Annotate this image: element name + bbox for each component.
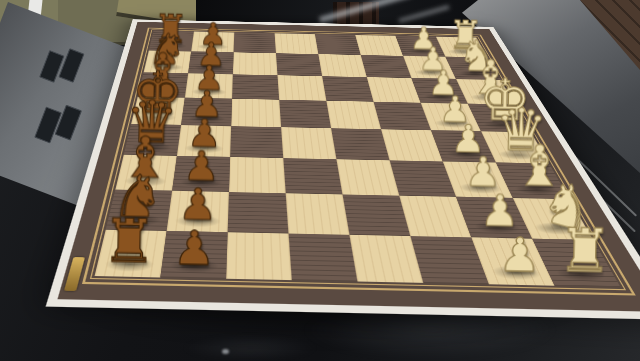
chess-board: ♜♟♟♜♞♟♟♞♝♟♟♝♚♟♟♚♛♟♟♛♝♟♟♝♞♟♟♞♜♟♟♜	[46, 19, 640, 320]
square-h6[interactable]	[234, 32, 276, 53]
square-e6[interactable]	[231, 99, 281, 127]
perspective-container: ♜♟♟♜♞♟♟♞♝♟♟♝♚♟♟♚♛♟♟♛♝♟♟♝♞♟♟♞♜♟♟♜	[0, 0, 640, 361]
square-g4[interactable]	[318, 54, 366, 77]
board-tilt-wrapper: ♜♟♟♜♞♟♟♞♝♟♟♝♚♟♟♚♛♟♟♛♝♟♟♝♞♟♟♞♜♟♟♜	[0, 0, 640, 361]
piece-white-rook-a1[interactable]: ♜	[557, 220, 612, 281]
square-g5[interactable]	[276, 53, 322, 76]
square-c4[interactable]	[336, 159, 399, 195]
square-d6[interactable]	[230, 126, 283, 158]
piece-white-pawn-b2[interactable]: ♟	[480, 189, 520, 233]
square-g6[interactable]	[233, 52, 278, 75]
square-e4[interactable]	[326, 101, 381, 130]
square-a8[interactable]: ♜	[95, 230, 167, 278]
square-b6[interactable]	[228, 192, 289, 233]
square-e5[interactable]	[279, 100, 331, 128]
square-f6[interactable]	[232, 74, 279, 99]
square-a3[interactable]	[410, 236, 489, 284]
square-h5[interactable]	[275, 33, 319, 54]
frame-inlay-outer: ♜♟♟♜♞♟♟♞♝♟♟♝♚♟♟♚♛♟♟♛♝♟♟♝♞♟♟♞♜♟♟♜	[82, 28, 636, 296]
square-c5[interactable]	[283, 158, 342, 194]
square-a4[interactable]	[349, 235, 423, 283]
frame-inlay-inner: ♜♟♟♜♞♟♟♞♝♟♟♝♚♟♟♚♛♟♟♛♝♟♟♝♞♟♟♞♜♟♟♜	[90, 30, 626, 291]
piece-black-pawn-a7[interactable]: ♟	[173, 225, 216, 273]
square-b4[interactable]	[342, 194, 410, 236]
square-e3[interactable]	[374, 102, 432, 131]
piece-white-pawn-a2[interactable]: ♟	[498, 232, 541, 280]
board-grid: ♜♟♟♜♞♟♟♞♝♟♟♝♚♟♟♚♛♟♟♛♝♟♟♝♞♟♟♞♜♟♟♜	[95, 31, 621, 287]
square-h4[interactable]	[315, 34, 361, 55]
square-b5[interactable]	[286, 193, 350, 235]
square-a6[interactable]	[226, 232, 292, 280]
photo-scene: ♜♟♟♜♞♟♟♞♝♟♟♝♚♟♟♚♛♟♟♛♝♟♟♝♞♟♟♞♜♟♟♜	[0, 0, 640, 361]
square-f5[interactable]	[277, 75, 326, 100]
square-a7[interactable]: ♟	[160, 231, 227, 279]
square-a5[interactable]	[289, 234, 358, 282]
square-f4[interactable]	[322, 76, 373, 102]
square-d4[interactable]	[331, 128, 390, 160]
square-d5[interactable]	[281, 127, 336, 159]
brand-plate	[64, 257, 85, 291]
square-a1[interactable]: ♜	[532, 239, 620, 287]
square-c6[interactable]	[229, 157, 286, 193]
piece-black-rook-a8[interactable]: ♜	[102, 210, 157, 271]
